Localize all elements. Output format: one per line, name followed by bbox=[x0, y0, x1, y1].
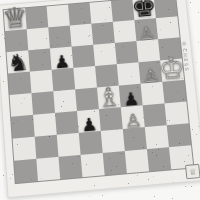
square-c2[interactable] bbox=[57, 133, 81, 157]
square-f5[interactable] bbox=[117, 62, 141, 85]
square-f1[interactable] bbox=[125, 149, 149, 173]
square-g6[interactable] bbox=[136, 39, 160, 62]
square-a6[interactable]: ♞ bbox=[7, 50, 30, 73]
square-c5[interactable] bbox=[52, 68, 76, 91]
square-d2[interactable] bbox=[79, 131, 103, 155]
square-a3[interactable] bbox=[11, 115, 35, 139]
photo-frame: ♕♚♙♞♟♙♔♗♟♟♙ ◎ CHESS ♕ bbox=[0, 0, 200, 200]
square-d8[interactable] bbox=[68, 3, 91, 26]
square-e8[interactable] bbox=[90, 1, 113, 24]
square-f4[interactable]: ♟ bbox=[119, 84, 143, 108]
square-b8[interactable] bbox=[25, 6, 48, 29]
square-b2[interactable] bbox=[35, 135, 59, 159]
square-a8[interactable]: ♕ bbox=[4, 8, 27, 31]
square-b1[interactable] bbox=[36, 157, 60, 181]
square-c8[interactable] bbox=[47, 5, 70, 28]
square-h4[interactable] bbox=[162, 80, 186, 103]
square-b3[interactable] bbox=[33, 113, 57, 137]
square-e1[interactable] bbox=[103, 151, 127, 175]
square-h3[interactable] bbox=[165, 102, 189, 126]
square-d1[interactable] bbox=[81, 153, 105, 177]
square-d3[interactable]: ♟ bbox=[77, 109, 101, 133]
square-d7[interactable] bbox=[70, 24, 93, 47]
square-g3[interactable] bbox=[143, 103, 167, 127]
square-b4[interactable] bbox=[31, 91, 55, 115]
square-e3[interactable] bbox=[99, 107, 123, 131]
square-d5[interactable] bbox=[73, 66, 97, 89]
square-f7[interactable] bbox=[113, 20, 137, 43]
square-g7[interactable]: ♙ bbox=[134, 18, 158, 41]
square-e4[interactable]: ♗ bbox=[97, 86, 121, 110]
square-c3[interactable] bbox=[55, 111, 79, 135]
square-e7[interactable] bbox=[91, 22, 114, 45]
square-b6[interactable] bbox=[28, 48, 51, 71]
square-f3[interactable]: ♙ bbox=[121, 105, 145, 129]
square-b7[interactable] bbox=[27, 27, 50, 50]
square-c7[interactable] bbox=[48, 26, 71, 49]
square-b5[interactable] bbox=[30, 70, 53, 93]
square-h5[interactable]: ♔ bbox=[160, 59, 184, 82]
board-logo-icon: ♕ bbox=[185, 164, 200, 179]
square-g8[interactable]: ♚ bbox=[132, 0, 156, 20]
square-g2[interactable] bbox=[145, 125, 169, 149]
square-e6[interactable] bbox=[93, 43, 117, 66]
square-d6[interactable] bbox=[72, 45, 96, 68]
square-g4[interactable] bbox=[141, 82, 165, 105]
square-e2[interactable] bbox=[101, 129, 125, 153]
chessboard-mat: ♕♚♙♞♟♙♔♗♟♟♙ ◎ CHESS ♕ bbox=[0, 0, 200, 198]
square-d4[interactable] bbox=[75, 87, 99, 111]
square-a5[interactable] bbox=[8, 72, 31, 95]
square-c4[interactable] bbox=[53, 89, 77, 113]
square-g1[interactable] bbox=[147, 147, 171, 171]
square-a2[interactable] bbox=[13, 137, 37, 161]
square-c6[interactable]: ♟ bbox=[50, 47, 73, 70]
square-f2[interactable] bbox=[123, 127, 147, 151]
brand-text: CHESS bbox=[182, 48, 190, 72]
square-h7[interactable] bbox=[156, 16, 180, 39]
square-c1[interactable] bbox=[58, 155, 82, 179]
speckle-texture bbox=[0, 0, 1, 1]
square-f6[interactable] bbox=[115, 41, 139, 64]
square-a1[interactable] bbox=[14, 159, 38, 183]
brand-mark-icon: ◎ bbox=[181, 40, 188, 48]
square-a4[interactable] bbox=[10, 93, 33, 117]
square-h2[interactable] bbox=[167, 123, 191, 147]
board-grid: ♕♚♙♞♟♙♔♗♟♟♙ bbox=[3, 0, 195, 184]
square-h8[interactable] bbox=[154, 0, 178, 18]
